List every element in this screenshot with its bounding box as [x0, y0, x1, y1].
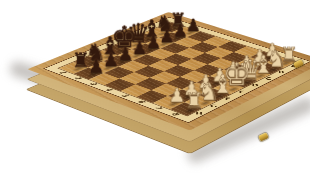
rank-label-5: 5: [120, 94, 131, 97]
black-pawn-g2[interactable]: ♟: [102, 51, 118, 69]
black-rook-h1[interactable]: ♜: [72, 50, 90, 70]
white-pawn-h7[interactable]: ♟: [168, 86, 185, 105]
black-pawn-e2[interactable]: ♟: [131, 39, 147, 57]
folding-chess-box: ♜♞♝♚♛♝♞♜♟♟♟♟♟♟♟♟♟♟♟♟♟♟♟♟♜♞♝♚♛♝♞♜ HGFEDCB…: [27, 12, 310, 130]
white-rook-h8[interactable]: ♜: [184, 90, 203, 112]
black-pawn-h2[interactable]: ♟: [88, 58, 104, 76]
black-pawn-d2[interactable]: ♟: [145, 34, 161, 52]
black-pawn-f2[interactable]: ♟: [117, 45, 133, 63]
chess-set-photo: ♜♞♝♚♛♝♞♜♟♟♟♟♟♟♟♟♟♟♟♟♟♟♟♟♜♞♝♚♛♝♞♜ HGFEDCB…: [0, 0, 310, 187]
